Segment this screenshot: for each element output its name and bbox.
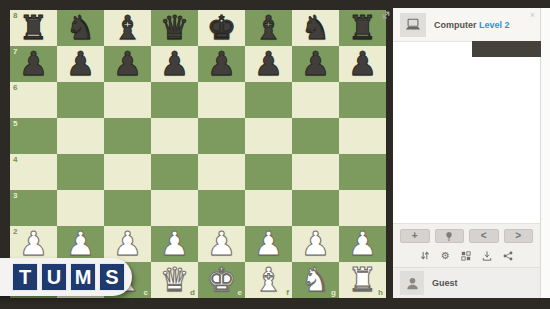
piece-black-queen[interactable]: ♛: [160, 11, 190, 44]
square-g8[interactable]: ♞: [292, 10, 339, 46]
square-d2[interactable]: ♟: [151, 226, 198, 262]
rank-label-8: 8: [13, 12, 17, 20]
square-a4[interactable]: 4: [10, 154, 57, 190]
file-label-h: h: [378, 289, 383, 297]
piece-white-pawn[interactable]: ♟: [19, 227, 49, 260]
piece-black-pawn[interactable]: ♟: [254, 47, 284, 80]
square-g2[interactable]: ♟: [292, 226, 339, 262]
square-g7[interactable]: ♟: [292, 46, 339, 82]
player-row: Guest: [393, 267, 540, 298]
square-c5[interactable]: [104, 118, 151, 154]
piece-black-pawn[interactable]: ♟: [66, 47, 96, 80]
square-f2[interactable]: ♟: [245, 226, 292, 262]
rank-label-3: 3: [13, 192, 17, 200]
file-label-g: g: [331, 289, 336, 297]
piece-white-pawn[interactable]: ♟: [113, 227, 143, 260]
square-g3[interactable]: [292, 190, 339, 226]
square-f5[interactable]: [245, 118, 292, 154]
new-opponent-button[interactable]: +: [400, 229, 430, 243]
next-move-button[interactable]: >: [504, 229, 534, 243]
square-h6[interactable]: [339, 82, 386, 118]
square-b5[interactable]: [57, 118, 104, 154]
square-d5[interactable]: [151, 118, 198, 154]
square-e7[interactable]: ♟: [198, 46, 245, 82]
square-d4[interactable]: [151, 154, 198, 190]
analysis-board-icon[interactable]: [461, 250, 471, 261]
piece-white-pawn[interactable]: ♟: [160, 227, 190, 260]
move-list[interactable]: [393, 42, 540, 223]
piece-black-pawn[interactable]: ♟: [301, 47, 331, 80]
square-c8[interactable]: ♝: [104, 10, 151, 46]
square-c4[interactable]: [104, 154, 151, 190]
logo-letter-u: U: [41, 263, 67, 291]
piece-white-king[interactable]: ♚: [207, 263, 237, 296]
square-a8[interactable]: 8♜: [10, 10, 57, 46]
share-icon[interactable]: [503, 250, 513, 261]
square-f6[interactable]: [245, 82, 292, 118]
square-h8[interactable]: ♜: [339, 10, 386, 46]
piece-black-bishop[interactable]: ♝: [254, 11, 284, 44]
square-e4[interactable]: [198, 154, 245, 190]
square-e1[interactable]: e♚: [198, 262, 245, 298]
laptop-icon: [400, 13, 426, 37]
square-d6[interactable]: [151, 82, 198, 118]
square-c7[interactable]: ♟: [104, 46, 151, 82]
opponent-name-text: Computer: [434, 20, 477, 30]
square-a2[interactable]: 2♟: [10, 226, 57, 262]
piece-black-rook[interactable]: ♜: [348, 11, 378, 44]
rank-label-7: 7: [13, 48, 17, 56]
chess-board[interactable]: 8♜♞♝♛♚♝♞♜7♟♟♟♟♟♟♟♟65432♟♟♟♟♟♟♟♟1a♜b♞c♝d♛…: [10, 10, 386, 298]
piece-black-pawn[interactable]: ♟: [19, 47, 49, 80]
logo-letter-t: T: [12, 263, 38, 291]
rank-label-2: 2: [13, 228, 17, 236]
square-c2[interactable]: ♟: [104, 226, 151, 262]
piece-black-knight[interactable]: ♞: [66, 11, 96, 44]
piece-white-pawn[interactable]: ♟: [66, 227, 96, 260]
square-b2[interactable]: ♟: [57, 226, 104, 262]
square-h2[interactable]: ♟: [339, 226, 386, 262]
piece-black-knight[interactable]: ♞: [301, 11, 331, 44]
piece-black-king[interactable]: ♚: [207, 11, 237, 44]
file-label-c: c: [144, 289, 148, 297]
square-h7[interactable]: ♟: [339, 46, 386, 82]
square-f3[interactable]: [245, 190, 292, 226]
lightbulb-icon: [444, 231, 454, 242]
rank-label-6: 6: [13, 84, 17, 92]
action-icon-row: ⚙: [400, 243, 533, 263]
download-icon[interactable]: [482, 250, 492, 261]
square-b7[interactable]: ♟: [57, 46, 104, 82]
square-f8[interactable]: ♝: [245, 10, 292, 46]
close-icon[interactable]: ×: [530, 11, 535, 20]
logo-letter-m: M: [70, 263, 96, 291]
square-g5[interactable]: [292, 118, 339, 154]
square-h4[interactable]: [339, 154, 386, 190]
square-g6[interactable]: [292, 82, 339, 118]
resize-handle-icon[interactable]: [380, 7, 392, 19]
control-bar: + < > ⚙: [393, 223, 540, 267]
piece-black-rook[interactable]: ♜: [19, 11, 49, 44]
piece-black-pawn[interactable]: ♟: [160, 47, 190, 80]
rank-label-4: 4: [13, 156, 17, 164]
piece-white-bishop[interactable]: ♝: [254, 263, 284, 296]
file-label-d: d: [190, 289, 195, 297]
opponent-row: Computer Level 2 ×: [393, 8, 540, 42]
piece-white-rook[interactable]: ♜: [348, 263, 378, 296]
opponent-level-link[interactable]: Level 2: [479, 20, 510, 30]
square-d1[interactable]: d♛: [151, 262, 198, 298]
square-b8[interactable]: ♞: [57, 10, 104, 46]
square-f1[interactable]: f♝: [245, 262, 292, 298]
square-c3[interactable]: [104, 190, 151, 226]
person-icon: [400, 271, 424, 295]
square-a6[interactable]: 6: [10, 82, 57, 118]
piece-white-pawn[interactable]: ♟: [254, 227, 284, 260]
square-b4[interactable]: [57, 154, 104, 190]
opponent-clock: [472, 41, 541, 57]
square-e8[interactable]: ♚: [198, 10, 245, 46]
square-f7[interactable]: ♟: [245, 46, 292, 82]
piece-white-pawn[interactable]: ♟: [207, 227, 237, 260]
piece-black-pawn[interactable]: ♟: [348, 47, 378, 80]
square-g4[interactable]: [292, 154, 339, 190]
square-f4[interactable]: [245, 154, 292, 190]
square-e6[interactable]: [198, 82, 245, 118]
file-label-e: e: [238, 289, 242, 297]
square-d8[interactable]: ♛: [151, 10, 198, 46]
square-h3[interactable]: [339, 190, 386, 226]
game-window: 8♜♞♝♛♚♝♞♜7♟♟♟♟♟♟♟♟65432♟♟♟♟♟♟♟♟1a♜b♞c♝d♛…: [0, 0, 550, 309]
rank-label-5: 5: [13, 120, 17, 128]
game-panel: Computer Level 2 × + < >: [393, 8, 541, 298]
flip-board-icon[interactable]: [420, 250, 430, 261]
square-g1[interactable]: g♞: [292, 262, 339, 298]
hint-button[interactable]: [435, 229, 465, 243]
square-b3[interactable]: [57, 190, 104, 226]
player-name-link[interactable]: Guest: [432, 278, 458, 288]
opponent-name: Computer Level 2: [434, 20, 510, 30]
square-e5[interactable]: [198, 118, 245, 154]
piece-white-pawn[interactable]: ♟: [301, 227, 331, 260]
piece-black-pawn[interactable]: ♟: [207, 47, 237, 80]
square-c6[interactable]: [104, 82, 151, 118]
logo-letter-s: S: [99, 263, 125, 291]
square-e2[interactable]: ♟: [198, 226, 245, 262]
piece-black-pawn[interactable]: ♟: [113, 47, 143, 80]
square-d7[interactable]: ♟: [151, 46, 198, 82]
prev-move-button[interactable]: <: [469, 229, 499, 243]
nav-buttons: + < >: [400, 229, 533, 243]
square-b6[interactable]: [57, 82, 104, 118]
square-a3[interactable]: 3: [10, 190, 57, 226]
tums-logo: T U M S: [0, 258, 132, 296]
square-h1[interactable]: h♜: [339, 262, 386, 298]
square-a5[interactable]: 5: [10, 118, 57, 154]
piece-white-queen[interactable]: ♛: [160, 263, 190, 296]
sidebar-area: Computer Level 2 × + < >: [393, 8, 550, 298]
piece-white-knight[interactable]: ♞: [301, 263, 331, 296]
piece-black-bishop[interactable]: ♝: [113, 11, 143, 44]
square-e3[interactable]: [198, 190, 245, 226]
square-a7[interactable]: 7♟: [10, 46, 57, 82]
square-h5[interactable]: [339, 118, 386, 154]
square-d3[interactable]: [151, 190, 198, 226]
piece-white-pawn[interactable]: ♟: [348, 227, 378, 260]
file-label-f: f: [286, 289, 289, 297]
settings-gear-icon[interactable]: ⚙: [441, 250, 450, 261]
